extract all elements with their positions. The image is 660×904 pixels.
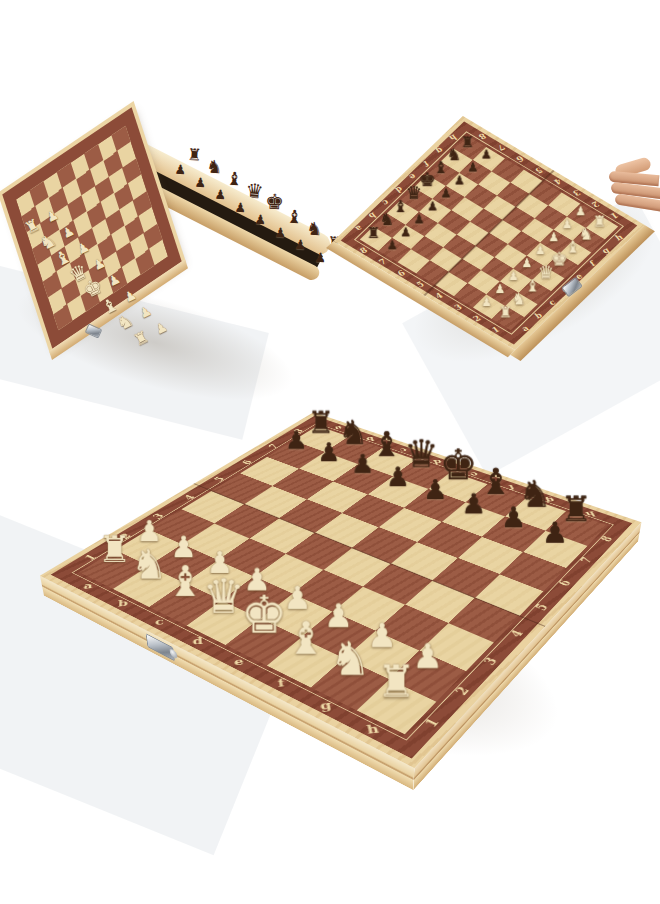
black-pawn: ♟: [234, 200, 246, 214]
piece-glyph: ♜: [491, 304, 521, 320]
product-photo: ♟♟♟♟♟♟♟♟♜♞♝♛♚♝♞♜ ♜♞♝♛♚♝♞♜♟♟♟♟♟♟♟♟ 887766…: [0, 0, 660, 904]
black-king: ♚: [265, 192, 285, 214]
black-pawn: ♟: [254, 213, 266, 227]
black-bishop: ♝: [286, 207, 303, 226]
black-knight: ♞: [306, 220, 323, 239]
board-3d-scene: aabbccddeeffgghh8877665544332211♜♞♝♛♚♝♞♜…: [137, 333, 567, 763]
piece-glyph: ♜: [363, 660, 431, 706]
black-knight: ♞: [206, 157, 223, 176]
black-pawn: ♟: [314, 250, 326, 264]
black-pawn: ♟: [174, 163, 186, 177]
black-rook: ♜: [187, 147, 202, 164]
black-pawn: ♟: [274, 225, 286, 239]
hand: [607, 165, 660, 221]
black-pawn: ♟: [214, 188, 226, 202]
black-pawn: ♟: [294, 238, 306, 252]
piece-glyph: ♟: [377, 239, 407, 252]
black-pawn: ♟: [194, 175, 206, 189]
piece-glyph: ♟: [527, 518, 583, 549]
